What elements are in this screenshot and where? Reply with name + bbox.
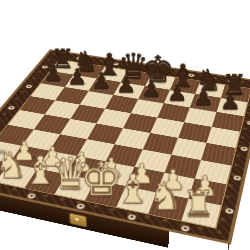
- square-a4: [8, 110, 45, 129]
- piece-black-pawn: ♟: [67, 66, 87, 88]
- square-e5: [123, 113, 157, 133]
- piece-black-pawn: ♟: [193, 86, 214, 109]
- square-f5: [150, 118, 184, 138]
- square-h5: [207, 127, 240, 148]
- piece-white-bishop: ♝: [115, 168, 151, 208]
- medallion-ornament: [224, 207, 235, 215]
- chess-board: ♜♞♝♛♚♝♞♜♟♟♟♟♟♟♟♟♟♟♟♟♟♟♟♟♜♞♝♛♚♝♞♜: [0, 59, 250, 228]
- medallion-ornament: [6, 105, 16, 110]
- medallion-ornament: [232, 174, 242, 181]
- piece-white-knight: ♞: [148, 177, 183, 216]
- piece-black-pawn: ♟: [44, 63, 63, 85]
- piece-black-pawn: ♟: [92, 70, 112, 92]
- clasp-latch-icon: [69, 212, 87, 227]
- medallion-ornament: [239, 146, 249, 152]
- piece-black-pawn: ♟: [116, 74, 136, 96]
- piece-white-rook: ♜: [182, 186, 215, 223]
- medallion-ornament: [246, 120, 250, 126]
- square-e4: [115, 128, 151, 149]
- piece-black-pawn: ♟: [167, 82, 187, 105]
- piece-black-pawn: ♟: [220, 90, 241, 113]
- piece-black-pawn: ♟: [141, 78, 161, 101]
- square-h1: ♜: [181, 199, 221, 228]
- medallion-ornament: [24, 84, 34, 89]
- board-frame: ♜♞♝♛♚♝♞♜♟♟♟♟♟♟♟♟♟♟♟♟♟♟♟♟♜♞♝♛♚♝♞♜: [0, 49, 250, 244]
- chess-set-photo: ♜♞♝♛♚♝♞♜♟♟♟♟♟♟♟♟♟♟♟♟♟♟♟♟♜♞♝♛♚♝♞♜: [0, 0, 250, 250]
